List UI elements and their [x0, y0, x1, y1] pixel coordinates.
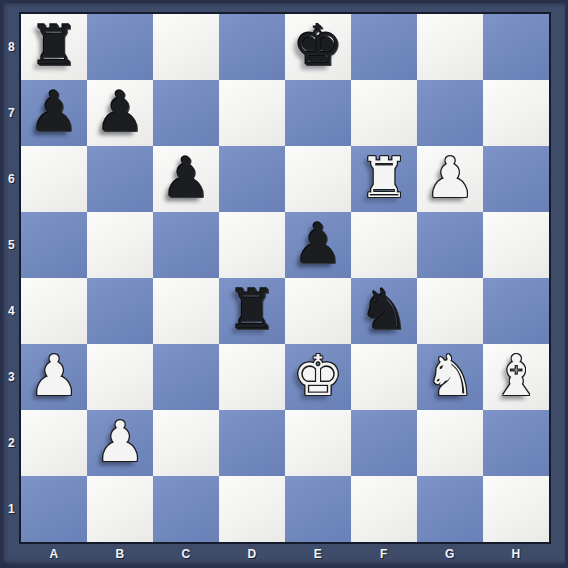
file-label-f: F	[351, 542, 417, 565]
square-d3[interactable]	[219, 344, 285, 410]
square-c7[interactable]	[153, 80, 219, 146]
square-g3[interactable]: ♞	[417, 344, 483, 410]
square-e4[interactable]	[285, 278, 351, 344]
black-knight[interactable]: ♞	[351, 278, 417, 344]
black-pawn[interactable]: ♟	[285, 212, 351, 278]
square-c2[interactable]	[153, 410, 219, 476]
square-h6[interactable]	[483, 146, 549, 212]
rank-label-8: 8	[2, 14, 21, 80]
square-d2[interactable]	[219, 410, 285, 476]
file-label-b: B	[87, 542, 153, 565]
square-c6[interactable]: ♟	[153, 146, 219, 212]
black-pawn[interactable]: ♟	[21, 80, 87, 146]
square-g5[interactable]	[417, 212, 483, 278]
square-b6[interactable]	[87, 146, 153, 212]
square-b7[interactable]: ♟	[87, 80, 153, 146]
white-knight[interactable]: ♞	[417, 344, 483, 410]
square-b4[interactable]	[87, 278, 153, 344]
square-g8[interactable]	[417, 14, 483, 80]
square-f1[interactable]	[351, 476, 417, 542]
black-king[interactable]: ♚	[285, 14, 351, 80]
square-h7[interactable]	[483, 80, 549, 146]
rank-label-7: 7	[2, 80, 21, 146]
square-a2[interactable]	[21, 410, 87, 476]
file-label-h: H	[483, 542, 549, 565]
square-h5[interactable]	[483, 212, 549, 278]
square-h8[interactable]	[483, 14, 549, 80]
rank-labels: 87654321	[2, 14, 21, 542]
square-f2[interactable]	[351, 410, 417, 476]
square-a3[interactable]: ♟	[21, 344, 87, 410]
white-pawn[interactable]: ♟	[21, 344, 87, 410]
black-rook[interactable]: ♜	[219, 278, 285, 344]
square-b8[interactable]	[87, 14, 153, 80]
file-label-a: A	[21, 542, 87, 565]
square-b1[interactable]	[87, 476, 153, 542]
square-e1[interactable]	[285, 476, 351, 542]
square-f6[interactable]: ♜	[351, 146, 417, 212]
square-h1[interactable]	[483, 476, 549, 542]
square-a6[interactable]	[21, 146, 87, 212]
square-c8[interactable]	[153, 14, 219, 80]
square-c5[interactable]	[153, 212, 219, 278]
square-a7[interactable]: ♟	[21, 80, 87, 146]
chess-board[interactable]: ♜♚♟♟♟♜♟♟♜♞♟♚♞♝♟	[21, 14, 549, 542]
square-h3[interactable]: ♝	[483, 344, 549, 410]
square-g1[interactable]	[417, 476, 483, 542]
square-f7[interactable]	[351, 80, 417, 146]
square-d1[interactable]	[219, 476, 285, 542]
square-e2[interactable]	[285, 410, 351, 476]
square-e7[interactable]	[285, 80, 351, 146]
white-pawn[interactable]: ♟	[87, 410, 153, 476]
square-d8[interactable]	[219, 14, 285, 80]
square-b2[interactable]: ♟	[87, 410, 153, 476]
rank-label-3: 3	[2, 344, 21, 410]
square-f3[interactable]	[351, 344, 417, 410]
square-d7[interactable]	[219, 80, 285, 146]
square-h4[interactable]	[483, 278, 549, 344]
file-label-d: D	[219, 542, 285, 565]
square-b3[interactable]	[87, 344, 153, 410]
file-label-c: C	[153, 542, 219, 565]
rank-label-6: 6	[2, 146, 21, 212]
square-c3[interactable]	[153, 344, 219, 410]
square-c1[interactable]	[153, 476, 219, 542]
rank-label-5: 5	[2, 212, 21, 278]
square-g6[interactable]: ♟	[417, 146, 483, 212]
white-rook[interactable]: ♜	[351, 146, 417, 212]
white-king[interactable]: ♚	[285, 344, 351, 410]
square-a5[interactable]	[21, 212, 87, 278]
square-d6[interactable]	[219, 146, 285, 212]
file-labels: ABCDEFGH	[21, 542, 549, 565]
rank-label-4: 4	[2, 278, 21, 344]
square-e3[interactable]: ♚	[285, 344, 351, 410]
white-pawn[interactable]: ♟	[417, 146, 483, 212]
black-rook[interactable]: ♜	[21, 14, 87, 80]
square-f4[interactable]: ♞	[351, 278, 417, 344]
file-label-e: E	[285, 542, 351, 565]
file-label-g: G	[417, 542, 483, 565]
square-a1[interactable]	[21, 476, 87, 542]
square-c4[interactable]	[153, 278, 219, 344]
rank-label-2: 2	[2, 410, 21, 476]
square-g7[interactable]	[417, 80, 483, 146]
rank-label-1: 1	[2, 476, 21, 542]
square-e5[interactable]: ♟	[285, 212, 351, 278]
square-f5[interactable]	[351, 212, 417, 278]
chess-board-frame: 87654321 ♜♚♟♟♟♜♟♟♜♞♟♚♞♝♟ ABCDEFGH	[0, 0, 568, 568]
square-d4[interactable]: ♜	[219, 278, 285, 344]
square-a4[interactable]	[21, 278, 87, 344]
square-a8[interactable]: ♜	[21, 14, 87, 80]
square-g4[interactable]	[417, 278, 483, 344]
square-e6[interactable]	[285, 146, 351, 212]
square-g2[interactable]	[417, 410, 483, 476]
square-b5[interactable]	[87, 212, 153, 278]
white-bishop[interactable]: ♝	[483, 344, 549, 410]
square-f8[interactable]	[351, 14, 417, 80]
square-h2[interactable]	[483, 410, 549, 476]
square-e8[interactable]: ♚	[285, 14, 351, 80]
black-pawn[interactable]: ♟	[87, 80, 153, 146]
square-d5[interactable]	[219, 212, 285, 278]
black-pawn[interactable]: ♟	[153, 146, 219, 212]
